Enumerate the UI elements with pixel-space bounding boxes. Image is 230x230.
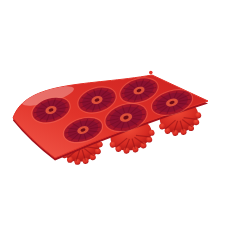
baking-mold-image (0, 0, 230, 230)
hanging-tab (149, 71, 153, 75)
product-photo (0, 0, 230, 230)
